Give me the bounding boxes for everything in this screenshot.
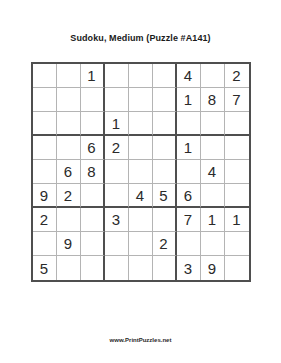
cell-r2c6-empty[interactable] [153,88,177,112]
cell-r3c5-empty[interactable] [129,112,153,136]
cell-r5c3-given: 8 [81,160,105,184]
cell-r9c8-given: 9 [201,256,225,280]
cell-r6c8-empty[interactable] [201,184,225,208]
cell-r7c1-given: 2 [33,208,57,232]
sudoku-page: Sudoku, Medium (Puzzle #A141) 1421871621… [0,0,281,363]
cell-r5c9-empty[interactable] [225,160,249,184]
cell-r5c1-empty[interactable] [33,160,57,184]
cell-r2c1-empty[interactable] [33,88,57,112]
cell-r8c4-empty[interactable] [105,232,129,256]
cell-r6c5-given: 4 [129,184,153,208]
cell-r9c7-given: 3 [177,256,201,280]
cell-r9c5-empty[interactable] [129,256,153,280]
cell-r1c4-empty[interactable] [105,64,129,88]
cell-r9c6-empty[interactable] [153,256,177,280]
cell-r2c8-given: 8 [201,88,225,112]
cell-r2c2-empty[interactable] [57,88,81,112]
cell-r6c3-empty[interactable] [81,184,105,208]
cell-r4c6-empty[interactable] [153,136,177,160]
cell-r8c7-empty[interactable] [177,232,201,256]
cell-r3c8-empty[interactable] [201,112,225,136]
cell-r8c1-empty[interactable] [33,232,57,256]
cell-r9c1-given: 5 [33,256,57,280]
cell-r5c6-empty[interactable] [153,160,177,184]
cell-r3c4-given: 1 [105,112,129,136]
cell-r2c5-empty[interactable] [129,88,153,112]
cell-r7c9-given: 1 [225,208,249,232]
cell-r9c2-empty[interactable] [57,256,81,280]
cell-r1c7-given: 4 [177,64,201,88]
cell-r9c4-empty[interactable] [105,256,129,280]
cell-r4c4-given: 2 [105,136,129,160]
cell-r7c7-given: 7 [177,208,201,232]
cell-r4c2-empty[interactable] [57,136,81,160]
cell-r8c2-given: 9 [57,232,81,256]
cell-r3c7-empty[interactable] [177,112,201,136]
cell-r8c9-empty[interactable] [225,232,249,256]
sudoku-board: 1421871621684924562371192539 [31,62,251,282]
page-title: Sudoku, Medium (Puzzle #A141) [0,0,281,43]
cell-r8c6-given: 2 [153,232,177,256]
cell-r2c4-empty[interactable] [105,88,129,112]
cell-r3c6-empty[interactable] [153,112,177,136]
cell-r5c8-given: 4 [201,160,225,184]
cell-r8c3-empty[interactable] [81,232,105,256]
cell-r5c2-given: 6 [57,160,81,184]
cell-r1c6-empty[interactable] [153,64,177,88]
cell-r3c2-empty[interactable] [57,112,81,136]
cell-r4c8-empty[interactable] [201,136,225,160]
cell-r1c5-empty[interactable] [129,64,153,88]
cell-r6c2-given: 2 [57,184,81,208]
cell-r3c1-empty[interactable] [33,112,57,136]
cell-r5c7-empty[interactable] [177,160,201,184]
cell-r9c3-empty[interactable] [81,256,105,280]
cell-r7c5-empty[interactable] [129,208,153,232]
cell-r7c2-empty[interactable] [57,208,81,232]
cell-r1c2-empty[interactable] [57,64,81,88]
cell-r1c1-empty[interactable] [33,64,57,88]
footer-site-url: www.PrintPuzzles.net [0,337,281,343]
cell-r3c9-empty[interactable] [225,112,249,136]
cell-r6c9-empty[interactable] [225,184,249,208]
cell-r6c7-given: 6 [177,184,201,208]
cell-r2c3-empty[interactable] [81,88,105,112]
cell-r7c3-empty[interactable] [81,208,105,232]
cell-r7c6-empty[interactable] [153,208,177,232]
cell-r3c3-empty[interactable] [81,112,105,136]
cell-r4c9-empty[interactable] [225,136,249,160]
cell-r8c5-empty[interactable] [129,232,153,256]
cell-r1c3-given: 1 [81,64,105,88]
cell-r7c4-given: 3 [105,208,129,232]
cell-r6c1-given: 9 [33,184,57,208]
cell-r4c1-empty[interactable] [33,136,57,160]
cell-r7c8-given: 1 [201,208,225,232]
cell-r9c9-given [225,256,249,280]
cell-r5c4-empty[interactable] [105,160,129,184]
cell-r1c8-empty[interactable] [201,64,225,88]
cell-r4c7-given: 1 [177,136,201,160]
cell-r4c3-given: 6 [81,136,105,160]
cell-r8c8-empty[interactable] [201,232,225,256]
cell-r2c7-given: 1 [177,88,201,112]
cell-r2c9-given: 7 [225,88,249,112]
cell-r1c9-given: 2 [225,64,249,88]
cell-r4c5-empty[interactable] [129,136,153,160]
cell-r6c6-given: 5 [153,184,177,208]
cell-r6c4-empty[interactable] [105,184,129,208]
cell-r5c5-empty[interactable] [129,160,153,184]
board-container: 1421871621684924562371192539 [0,62,281,282]
